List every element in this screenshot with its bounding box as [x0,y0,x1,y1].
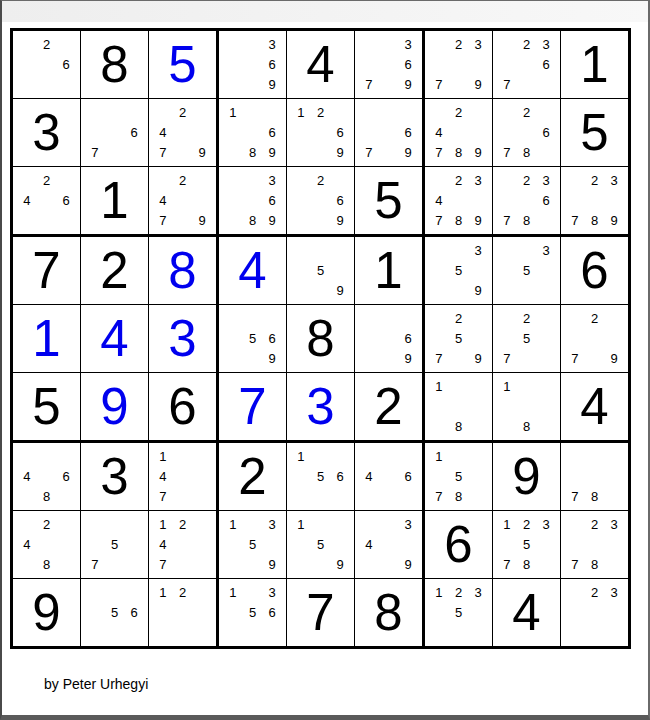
cell-r4c9[interactable]: 6 [561,237,628,305]
cell-r7c2[interactable]: 3 [81,443,149,511]
candidate-7: 7 [153,211,173,231]
cell-r5c9[interactable]: 279 [561,305,628,373]
candidate-2: 2 [449,102,469,122]
pencil-marks: 147 [149,443,216,510]
candidate-3: 3 [468,240,488,260]
pencil-marks: 12 [149,579,216,646]
cell-value-solved: 7 [219,373,286,440]
candidate-2: 2 [311,102,331,122]
candidate-5: 5 [311,534,331,554]
candidate-7: 7 [497,75,517,95]
candidate-8: 8 [517,211,537,231]
candidate-7: 7 [565,555,585,575]
candidate-5: 5 [105,534,125,554]
cell-r1c4[interactable]: 369 [219,31,287,99]
candidate-6: 6 [124,122,144,142]
candidate-7: 7 [359,143,379,163]
candidate-5: 5 [449,602,469,622]
cell-r5c3[interactable]: 3 [149,305,219,373]
cell-r9c7[interactable]: 1235 [425,579,493,646]
candidate-6: 6 [330,466,350,486]
cell-r1c2[interactable]: 8 [81,31,149,99]
cell-r2c6[interactable]: 679 [355,99,425,167]
candidate-7: 7 [497,349,517,369]
cell-r3c9[interactable]: 23789 [561,167,628,237]
cell-r7c7[interactable]: 1578 [425,443,493,511]
cell-r8c1[interactable]: 248 [13,511,81,579]
candidate-6: 6 [398,122,418,142]
candidate-6: 6 [56,190,76,210]
pencil-marks: 123578 [493,511,560,578]
candidate-1: 1 [429,446,449,466]
candidate-1: 1 [497,514,517,534]
candidate-6: 6 [330,190,350,210]
cell-r6c7[interactable]: 18 [425,373,493,443]
candidate-4: 4 [153,122,173,142]
candidate-2: 2 [517,170,537,190]
candidate-4: 4 [359,534,379,554]
candidate-5: 5 [243,328,263,348]
candidate-7: 7 [153,143,173,163]
cell-r9c3[interactable]: 12 [149,579,219,646]
cell-r8c3[interactable]: 1247 [149,511,219,579]
cell-value-given: 8 [81,31,148,98]
cell-value-given: 9 [493,443,560,510]
pencil-marks: 3679 [355,31,422,98]
candidate-6: 6 [330,122,350,142]
candidate-5: 5 [449,466,469,486]
cell-r6c5[interactable]: 3 [287,373,355,443]
candidate-7: 7 [565,349,585,369]
pencil-marks: 23 [561,579,628,646]
candidate-4: 4 [429,122,449,142]
candidate-7: 7 [497,555,517,575]
candidate-8: 8 [37,487,57,507]
candidate-3: 3 [262,514,282,534]
cell-r2c1[interactable]: 3 [13,99,81,167]
pencil-marks: 1359 [219,511,286,578]
pencil-marks: 569 [219,305,286,372]
candidate-3: 3 [536,514,556,534]
cell-r7c1[interactable]: 468 [13,443,81,511]
candidate-3: 3 [536,170,556,190]
cell-r4c7[interactable]: 359 [425,237,493,305]
candidate-5: 5 [449,260,469,280]
cell-r8c9[interactable]: 2378 [561,511,628,579]
cell-r7c9[interactable]: 78 [561,443,628,511]
cell-value-given: 9 [13,579,80,646]
candidate-7: 7 [85,143,105,163]
pencil-marks: 23789 [561,167,628,234]
cell-r5c8[interactable]: 257 [493,305,561,373]
candidate-9: 9 [468,281,488,301]
candidate-7: 7 [153,555,173,575]
candidate-5: 5 [243,602,263,622]
pencil-marks: 349 [355,511,422,578]
candidate-5: 5 [517,328,537,348]
candidate-9: 9 [468,211,488,231]
candidate-9: 9 [604,349,624,369]
candidate-1: 1 [153,514,173,534]
pencil-marks: 2367 [493,31,560,98]
pencil-marks: 46 [355,443,422,510]
cell-r3c2[interactable]: 1 [81,167,149,237]
candidate-3: 3 [398,514,418,534]
candidate-4: 4 [153,190,173,210]
cell-r2c8[interactable]: 2678 [493,99,561,167]
sudoku-board: 2685369436792379236713672479168912696792… [10,28,631,649]
pencil-marks: 2678 [493,99,560,166]
candidate-3: 3 [398,34,418,54]
candidate-1: 1 [223,102,243,122]
candidate-5: 5 [105,602,125,622]
pencil-marks: 279 [561,305,628,372]
cell-r6c2[interactable]: 9 [81,373,149,443]
cell-r3c7[interactable]: 234789 [425,167,493,237]
candidate-8: 8 [585,555,605,575]
cell-value-given: 1 [561,31,628,98]
cell-value-solved: 5 [149,31,216,98]
candidate-2: 2 [449,308,469,328]
candidate-9: 9 [330,143,350,163]
candidate-4: 4 [17,466,37,486]
candidate-5: 5 [517,534,537,554]
candidate-2: 2 [37,170,57,190]
pencil-marks: 24789 [425,99,492,166]
cell-r3c1[interactable]: 246 [13,167,81,237]
cell-r4c5[interactable]: 59 [287,237,355,305]
candidate-7: 7 [429,211,449,231]
cell-r8c4[interactable]: 1359 [219,511,287,579]
pencil-marks: 35 [493,237,560,304]
candidate-9: 9 [468,349,488,369]
cell-value-given: 6 [425,511,492,578]
candidate-6: 6 [56,466,76,486]
candidate-6: 6 [262,190,282,210]
cell-value-given: 7 [13,237,80,304]
candidate-3: 3 [468,34,488,54]
cell-r6c8[interactable]: 18 [493,373,561,443]
cell-r5c7[interactable]: 2579 [425,305,493,373]
candidate-9: 9 [468,143,488,163]
candidate-9: 9 [330,281,350,301]
candidate-2: 2 [517,34,537,54]
cell-r1c6[interactable]: 3679 [355,31,425,99]
candidate-9: 9 [262,349,282,369]
cell-r9c4[interactable]: 1356 [219,579,287,646]
candidate-8: 8 [449,143,469,163]
candidate-6: 6 [262,122,282,142]
candidate-8: 8 [517,143,537,163]
pencil-marks: 1356 [219,579,286,646]
candidate-2: 2 [311,170,331,190]
cell-r1c3[interactable]: 5 [149,31,219,99]
candidate-5: 5 [311,260,331,280]
candidate-2: 2 [449,34,469,54]
cell-r1c7[interactable]: 2379 [425,31,493,99]
cell-r9c1[interactable]: 9 [13,579,81,646]
cell-value-given: 7 [287,579,354,646]
candidate-6: 6 [262,602,282,622]
pencil-marks: 57 [81,511,148,578]
candidate-4: 4 [17,534,37,554]
candidate-2: 2 [585,514,605,534]
cell-r8c7[interactable]: 6 [425,511,493,579]
cell-r8c8[interactable]: 123578 [493,511,561,579]
cell-value-given: 5 [561,99,628,166]
candidate-2: 2 [37,514,57,534]
cell-value-solved: 1 [13,305,80,372]
cell-r6c3[interactable]: 6 [149,373,219,443]
candidate-2: 2 [517,102,537,122]
cell-r7c6[interactable]: 46 [355,443,425,511]
pencil-marks: 67 [81,99,148,166]
pencil-marks: 56 [81,579,148,646]
cell-r1c8[interactable]: 2367 [493,31,561,99]
cell-value-given: 1 [355,237,422,304]
cell-r2c3[interactable]: 2479 [149,99,219,167]
cell-r9c9[interactable]: 23 [561,579,628,646]
cell-r2c7[interactable]: 24789 [425,99,493,167]
candidate-8: 8 [243,211,263,231]
pencil-marks: 3689 [219,167,286,234]
candidate-7: 7 [429,75,449,95]
cell-value-given: 2 [81,237,148,304]
candidate-9: 9 [262,211,282,231]
pencil-marks: 2579 [425,305,492,372]
cell-r3c5[interactable]: 269 [287,167,355,237]
cell-r5c4[interactable]: 569 [219,305,287,373]
candidate-7: 7 [429,487,449,507]
pencil-marks: 78 [561,443,628,510]
candidate-9: 9 [262,143,282,163]
cell-value-given: 5 [13,373,80,440]
candidate-3: 3 [262,34,282,54]
candidate-7: 7 [85,555,105,575]
cell-r2c2[interactable]: 67 [81,99,149,167]
candidate-4: 4 [153,534,173,554]
cell-r3c6[interactable]: 5 [355,167,425,237]
cell-r9c2[interactable]: 56 [81,579,149,646]
candidate-9: 9 [192,143,212,163]
candidate-1: 1 [291,102,311,122]
candidate-2: 2 [449,170,469,190]
cell-value-given: 2 [355,373,422,440]
candidate-9: 9 [398,349,418,369]
cell-r3c4[interactable]: 3689 [219,167,287,237]
cell-r4c4[interactable]: 4 [219,237,287,305]
cell-r4c3[interactable]: 8 [149,237,219,305]
candidate-9: 9 [398,555,418,575]
cell-value-given: 4 [287,31,354,98]
candidate-8: 8 [517,417,537,437]
candidate-2: 2 [585,170,605,190]
candidate-3: 3 [262,170,282,190]
cell-value-given: 5 [355,167,422,234]
candidate-6: 6 [536,122,556,142]
candidate-8: 8 [449,417,469,437]
cell-r4c2[interactable]: 2 [81,237,149,305]
cell-value-solved: 3 [149,305,216,372]
candidate-3: 3 [468,582,488,602]
cell-value-solved: 9 [81,373,148,440]
pencil-marks: 679 [355,99,422,166]
cell-r7c3[interactable]: 147 [149,443,219,511]
candidate-7: 7 [497,211,517,231]
candidate-5: 5 [311,466,331,486]
candidate-6: 6 [262,328,282,348]
candidate-9: 9 [398,75,418,95]
cell-r4c6[interactable]: 1 [355,237,425,305]
cell-value-given: 8 [355,579,422,646]
cell-value-given: 4 [493,579,560,646]
pencil-marks: 26 [13,31,80,98]
pencil-marks: 248 [13,511,80,578]
cell-r7c4[interactable]: 2 [219,443,287,511]
cell-r4c1[interactable]: 7 [13,237,81,305]
candidate-3: 3 [604,582,624,602]
cell-r1c1[interactable]: 26 [13,31,81,99]
candidate-7: 7 [359,75,379,95]
candidate-4: 4 [429,190,449,210]
candidate-9: 9 [398,143,418,163]
cell-r9c5[interactable]: 7 [287,579,355,646]
candidate-3: 3 [604,514,624,534]
cell-value-given: 3 [81,443,148,510]
candidate-6: 6 [398,328,418,348]
candidate-7: 7 [153,487,173,507]
candidate-3: 3 [604,170,624,190]
candidate-4: 4 [359,466,379,486]
pencil-marks: 23678 [493,167,560,234]
candidate-1: 1 [223,582,243,602]
candidate-2: 2 [517,308,537,328]
pencil-marks: 18 [493,373,560,440]
pencil-marks: 159 [287,511,354,578]
cell-r5c5[interactable]: 8 [287,305,355,373]
title-bar [2,1,648,22]
candidate-9: 9 [604,211,624,231]
cell-r4c8[interactable]: 35 [493,237,561,305]
candidate-6: 6 [398,466,418,486]
candidate-6: 6 [536,190,556,210]
cell-r8c5[interactable]: 159 [287,511,355,579]
cell-r8c6[interactable]: 349 [355,511,425,579]
candidate-7: 7 [429,143,449,163]
cell-value-given: 4 [561,373,628,440]
candidate-2: 2 [173,582,193,602]
cell-r7c5[interactable]: 156 [287,443,355,511]
candidate-9: 9 [262,555,282,575]
cell-r9c8[interactable]: 4 [493,579,561,646]
pencil-marks: 269 [287,167,354,234]
cell-r7c8[interactable]: 9 [493,443,561,511]
cell-r5c1[interactable]: 1 [13,305,81,373]
candidate-1: 1 [153,582,173,602]
candidate-1: 1 [223,514,243,534]
candidate-8: 8 [517,555,537,575]
candidate-3: 3 [468,170,488,190]
cell-r5c2[interactable]: 4 [81,305,149,373]
candidate-5: 5 [449,328,469,348]
candidate-2: 2 [517,514,537,534]
cell-r3c3[interactable]: 2479 [149,167,219,237]
candidate-2: 2 [173,170,193,190]
pencil-marks: 234789 [425,167,492,234]
candidate-6: 6 [398,54,418,74]
candidate-2: 2 [585,308,605,328]
pencil-marks: 468 [13,443,80,510]
cell-value-given: 1 [81,167,148,234]
cell-r6c6[interactable]: 2 [355,373,425,443]
candidate-6: 6 [124,602,144,622]
pencil-marks: 1269 [287,99,354,166]
cell-r5c6[interactable]: 69 [355,305,425,373]
pencil-marks: 1235 [425,579,492,646]
cell-r3c8[interactable]: 23678 [493,167,561,237]
pencil-marks: 246 [13,167,80,234]
pencil-marks: 257 [493,305,560,372]
candidate-2: 2 [173,514,193,534]
candidate-6: 6 [56,54,76,74]
candidate-1: 1 [291,446,311,466]
pencil-marks: 359 [425,237,492,304]
pencil-marks: 1578 [425,443,492,510]
pencil-marks: 1247 [149,511,216,578]
cell-r1c9[interactable]: 1 [561,31,628,99]
pencil-marks: 2378 [561,511,628,578]
cell-r2c5[interactable]: 1269 [287,99,355,167]
pencil-marks: 2379 [425,31,492,98]
candidate-4: 4 [17,190,37,210]
cell-r8c2[interactable]: 57 [81,511,149,579]
cell-r9c6[interactable]: 8 [355,579,425,646]
candidate-9: 9 [330,555,350,575]
candidate-8: 8 [449,487,469,507]
cell-r6c4[interactable]: 7 [219,373,287,443]
candidate-9: 9 [262,75,282,95]
pencil-marks: 69 [355,305,422,372]
candidate-2: 2 [585,582,605,602]
pencil-marks: 18 [425,373,492,440]
pencil-marks: 59 [287,237,354,304]
candidate-3: 3 [536,240,556,260]
cell-value-solved: 4 [81,305,148,372]
pencil-marks: 156 [287,443,354,510]
cell-r6c1[interactable]: 5 [13,373,81,443]
candidate-8: 8 [449,211,469,231]
cell-value-given: 6 [561,237,628,304]
cell-r2c4[interactable]: 1689 [219,99,287,167]
pencil-marks: 2479 [149,167,216,234]
candidate-2: 2 [37,34,57,54]
cell-r6c9[interactable]: 4 [561,373,628,443]
cell-value-solved: 3 [287,373,354,440]
cell-r1c5[interactable]: 4 [287,31,355,99]
candidate-1: 1 [429,376,449,396]
candidate-8: 8 [585,211,605,231]
candidate-8: 8 [37,555,57,575]
candidate-1: 1 [153,446,173,466]
candidate-9: 9 [468,75,488,95]
candidate-6: 6 [262,54,282,74]
candidate-7: 7 [565,211,585,231]
candidate-2: 2 [449,582,469,602]
candidate-9: 9 [330,211,350,231]
pencil-marks: 1689 [219,99,286,166]
cell-r2c9[interactable]: 5 [561,99,628,167]
cell-value-given: 6 [149,373,216,440]
